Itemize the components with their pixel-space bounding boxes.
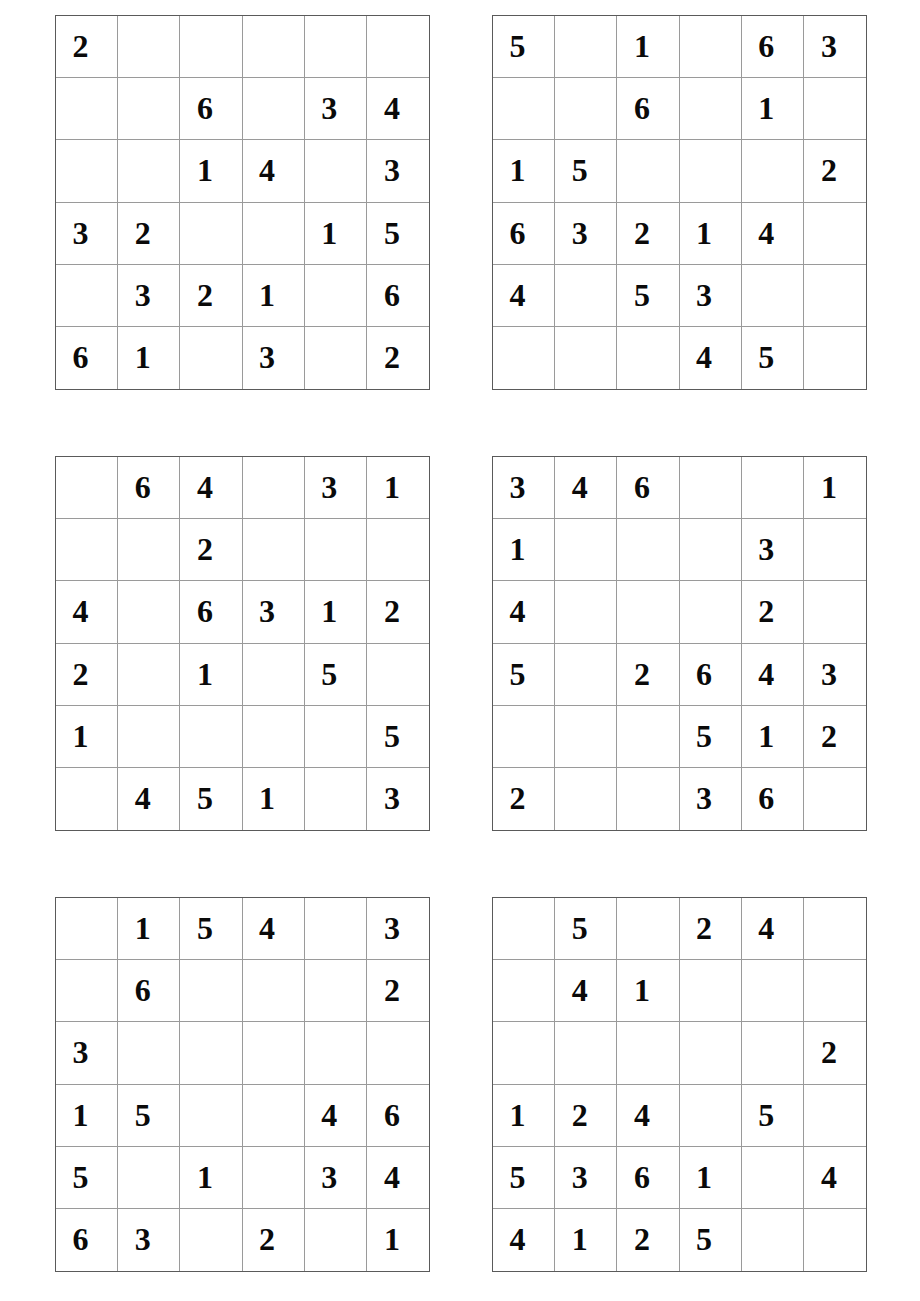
board6-cell-r4c3: 4 [617,1085,679,1147]
given-digit: 5 [73,1159,89,1196]
board2-cell-r2c2 [555,78,617,140]
given-digit: 3 [135,277,151,314]
board5-cell-r5c6: 4 [367,1147,429,1209]
given-digit: 3 [510,469,526,506]
board6-cell-r3c3 [617,1022,679,1084]
board5-cell-r2c1 [56,960,118,1022]
board4-cell-r3c1: 4 [493,581,555,643]
given-digit: 3 [696,780,712,817]
given-digit: 3 [135,1221,151,1258]
board3-cell-r5c6: 5 [367,706,429,768]
board6-cell-r4c5: 5 [742,1085,804,1147]
board4-cell-r2c1: 1 [493,519,555,581]
given-digit: 4 [384,90,400,127]
given-digit: 4 [572,972,588,1009]
given-digit: 2 [634,656,650,693]
board1-cell-r2c1 [56,78,118,140]
given-digit: 6 [758,780,774,817]
given-digit: 1 [758,90,774,127]
board3-cell-r4c6 [367,644,429,706]
board4-cell-r1c6: 1 [804,457,866,519]
given-digit: 4 [384,1159,400,1196]
board1-cell-r2c5: 3 [305,78,367,140]
given-digit: 1 [634,972,650,1009]
given-digit: 6 [634,469,650,506]
board3-cell-r5c5 [305,706,367,768]
given-digit: 2 [510,780,526,817]
board4-cell-r4c1: 5 [493,644,555,706]
board4-cell-r1c2: 4 [555,457,617,519]
given-digit: 4 [510,593,526,630]
given-digit: 4 [510,1221,526,1258]
board3-cell-r4c5: 5 [305,644,367,706]
board5-cell-r6c5 [305,1209,367,1271]
given-digit: 5 [572,152,588,189]
board5-cell-r5c5: 3 [305,1147,367,1209]
board6-cell-r3c4 [680,1022,742,1084]
given-digit: 4 [259,152,275,189]
board3-cell-r3c6: 2 [367,581,429,643]
board6-cell-r6c1: 4 [493,1209,555,1271]
board5-cell-r2c5 [305,960,367,1022]
board1-cell-r1c3 [180,16,242,78]
board2-cell-r4c1: 6 [493,203,555,265]
given-digit: 4 [696,339,712,376]
given-digit: 1 [510,531,526,568]
given-digit: 1 [259,277,275,314]
board5-cell-r1c1 [56,898,118,960]
board3-cell-r2c1 [56,519,118,581]
board6-cell-r2c2: 4 [555,960,617,1022]
board5-cell-r1c5 [305,898,367,960]
board6-cell-r5c1: 5 [493,1147,555,1209]
board1-cell-r5c4: 1 [243,265,305,327]
board3-cell-r4c1: 2 [56,644,118,706]
board3-cell-r4c4 [243,644,305,706]
board4-cell-r1c1: 3 [493,457,555,519]
board5-cell-r5c2 [118,1147,180,1209]
board3-cell-r5c3 [180,706,242,768]
given-digit: 3 [321,1159,337,1196]
board6-cell-r5c2: 3 [555,1147,617,1209]
board1-cell-r1c5 [305,16,367,78]
board2-cell-r5c1: 4 [493,265,555,327]
board5-cell-r6c3 [180,1209,242,1271]
board4-cell-r5c4: 5 [680,706,742,768]
board6-cell-r6c5 [742,1209,804,1271]
board3-cell-r1c2: 6 [118,457,180,519]
given-digit: 5 [696,1221,712,1258]
given-digit: 5 [510,1159,526,1196]
board3-cell-r4c3: 1 [180,644,242,706]
board2-cell-r6c6 [804,327,866,389]
board5-cell-r5c1: 5 [56,1147,118,1209]
board5-cell-r4c5: 4 [305,1085,367,1147]
given-digit: 3 [73,215,89,252]
board5-cell-r3c1: 3 [56,1022,118,1084]
board4-cell-r4c2 [555,644,617,706]
board2-cell-r3c6: 2 [804,140,866,202]
given-digit: 6 [197,90,213,127]
board6-cell-r2c6 [804,960,866,1022]
board5-cell-r3c2 [118,1022,180,1084]
board2-cell-r6c2 [555,327,617,389]
board1-cell-r2c3: 6 [180,78,242,140]
given-digit: 4 [758,656,774,693]
board6-cell-r6c2: 1 [555,1209,617,1271]
board4-cell-r2c3 [617,519,679,581]
given-digit: 1 [259,780,275,817]
given-digit: 4 [758,215,774,252]
given-digit: 4 [634,1097,650,1134]
board6-cell-r1c3 [617,898,679,960]
given-digit: 1 [384,1221,400,1258]
given-digit: 5 [321,656,337,693]
board2-cell-r1c6: 3 [804,16,866,78]
board4-cell-r5c1 [493,706,555,768]
given-digit: 3 [572,1159,588,1196]
board4-cell-r3c6 [804,581,866,643]
board5-cell-r3c4 [243,1022,305,1084]
board2-cell-r3c1: 1 [493,140,555,202]
board5-cell-r4c1: 1 [56,1085,118,1147]
given-digit: 3 [259,339,275,376]
board2-cell-r5c2 [555,265,617,327]
board1-cell-r3c5 [305,140,367,202]
given-digit: 3 [821,656,837,693]
given-digit: 5 [510,656,526,693]
board1-cell-r5c1 [56,265,118,327]
board5-cell-r4c4 [243,1085,305,1147]
given-digit: 5 [197,780,213,817]
board3-cell-r3c2 [118,581,180,643]
board1-cell-r3c6: 3 [367,140,429,202]
given-digit: 6 [634,90,650,127]
given-digit: 2 [384,339,400,376]
board4-cell-r6c1: 2 [493,768,555,830]
board2-cell-r6c5: 5 [742,327,804,389]
board3-cell-r6c5 [305,768,367,830]
given-digit: 2 [384,972,400,1009]
given-digit: 2 [634,215,650,252]
board2-cell-r1c3: 1 [617,16,679,78]
given-digit: 5 [696,718,712,755]
board6-cell-r5c5 [742,1147,804,1209]
given-digit: 3 [821,28,837,65]
board3-cell-r6c6: 3 [367,768,429,830]
given-digit: 5 [758,339,774,376]
given-digit: 2 [696,910,712,947]
board1-cell-r3c1 [56,140,118,202]
given-digit: 2 [821,152,837,189]
board4-cell-r5c5: 1 [742,706,804,768]
given-digit: 6 [73,1221,89,1258]
given-digit: 1 [384,469,400,506]
given-digit: 1 [696,1159,712,1196]
given-digit: 1 [197,1159,213,1196]
board2-cell-r5c4: 3 [680,265,742,327]
board1-cell-r6c2: 1 [118,327,180,389]
board4-cell-r4c5: 4 [742,644,804,706]
board5-cell-r1c4: 4 [243,898,305,960]
board1-cell-r5c6: 6 [367,265,429,327]
board3-cell-r3c3: 6 [180,581,242,643]
given-digit: 3 [384,780,400,817]
board5-cell-r4c3 [180,1085,242,1147]
given-digit: 6 [758,28,774,65]
board3-cell-r1c5: 3 [305,457,367,519]
board2-cell-r4c2: 3 [555,203,617,265]
board3-cell-r5c1: 1 [56,706,118,768]
board5-cell-r5c3: 1 [180,1147,242,1209]
board6-cell-r6c3: 2 [617,1209,679,1271]
given-digit: 3 [259,593,275,630]
board4-cell-r3c3 [617,581,679,643]
board1-cell-r4c5: 1 [305,203,367,265]
board3-cell-r1c1 [56,457,118,519]
board1-cell-r5c5 [305,265,367,327]
board1-cell-r6c1: 6 [56,327,118,389]
board4-cell-r3c5: 2 [742,581,804,643]
given-digit: 1 [135,910,151,947]
given-digit: 6 [634,1159,650,1196]
board2-cell-r2c1 [493,78,555,140]
board6-cell-r4c6 [804,1085,866,1147]
board3-cell-r2c5 [305,519,367,581]
given-digit: 1 [821,469,837,506]
given-digit: 1 [321,593,337,630]
board4-cell-r1c5 [742,457,804,519]
board3-cell-r6c1 [56,768,118,830]
given-digit: 1 [135,339,151,376]
board6-cell-r2c1 [493,960,555,1022]
board2-cell-r2c4 [680,78,742,140]
given-digit: 5 [384,718,400,755]
board6-cell-r5c4: 1 [680,1147,742,1209]
board1-cell-r6c3 [180,327,242,389]
board4-cell-r4c6: 3 [804,644,866,706]
given-digit: 5 [135,1097,151,1134]
given-digit: 4 [821,1159,837,1196]
board3-cell-r3c5: 1 [305,581,367,643]
sudoku-board-6: 5244121245536144125 [492,897,867,1272]
board2-cell-r4c5: 4 [742,203,804,265]
board1-cell-r4c6: 5 [367,203,429,265]
given-digit: 2 [197,277,213,314]
given-digit: 4 [197,469,213,506]
board1-cell-r1c1: 2 [56,16,118,78]
board4-cell-r2c4 [680,519,742,581]
given-digit: 4 [510,277,526,314]
board6-cell-r1c6 [804,898,866,960]
board4-cell-r6c6 [804,768,866,830]
board5-cell-r6c6: 1 [367,1209,429,1271]
given-digit: 1 [572,1221,588,1258]
board3-cell-r2c2 [118,519,180,581]
board1-cell-r5c2: 3 [118,265,180,327]
board1-cell-r3c3: 1 [180,140,242,202]
board6-cell-r3c5 [742,1022,804,1084]
board5-cell-r2c4 [243,960,305,1022]
given-digit: 1 [197,152,213,189]
board3-cell-r2c4 [243,519,305,581]
board6-cell-r4c1: 1 [493,1085,555,1147]
board1-cell-r4c2: 2 [118,203,180,265]
given-digit: 6 [135,469,151,506]
board5-cell-r4c6: 6 [367,1085,429,1147]
board2-cell-r2c3: 6 [617,78,679,140]
board4-cell-r5c6: 2 [804,706,866,768]
board2-cell-r5c6 [804,265,866,327]
board4-cell-r6c4: 3 [680,768,742,830]
given-digit: 3 [758,531,774,568]
board5-cell-r6c4: 2 [243,1209,305,1271]
board2-cell-r3c4 [680,140,742,202]
given-digit: 1 [758,718,774,755]
board6-cell-r2c3: 1 [617,960,679,1022]
board6-cell-r1c4: 2 [680,898,742,960]
given-digit: 1 [321,215,337,252]
board2-cell-r1c2 [555,16,617,78]
given-digit: 1 [73,718,89,755]
given-digit: 2 [758,593,774,630]
given-digit: 2 [259,1221,275,1258]
given-digit: 2 [821,718,837,755]
given-digit: 1 [634,28,650,65]
board6-cell-r2c4 [680,960,742,1022]
board2-cell-r6c1 [493,327,555,389]
board4-cell-r5c3 [617,706,679,768]
board3-cell-r6c4: 1 [243,768,305,830]
board4-cell-r4c4: 6 [680,644,742,706]
board2-cell-r4c3: 2 [617,203,679,265]
board1-cell-r6c5 [305,327,367,389]
board4-cell-r4c3: 2 [617,644,679,706]
given-digit: 5 [197,910,213,947]
given-digit: 4 [259,910,275,947]
board3-cell-r3c4: 3 [243,581,305,643]
board2-cell-r4c6 [804,203,866,265]
board3-cell-r6c2: 4 [118,768,180,830]
board2-cell-r3c5 [742,140,804,202]
given-digit: 5 [384,215,400,252]
board2-cell-r5c5 [742,265,804,327]
given-digit: 6 [73,339,89,376]
board4-cell-r2c6 [804,519,866,581]
sudoku-board-3: 6431246312215154513 [55,456,430,831]
given-digit: 3 [321,469,337,506]
given-digit: 4 [572,469,588,506]
board2-cell-r1c1: 5 [493,16,555,78]
board2-cell-r3c3 [617,140,679,202]
board6-cell-r2c5 [742,960,804,1022]
board2-cell-r1c4 [680,16,742,78]
board5-cell-r3c6 [367,1022,429,1084]
board4-cell-r5c2 [555,706,617,768]
given-digit: 3 [321,90,337,127]
board4-cell-r6c5: 6 [742,768,804,830]
board4-cell-r3c2 [555,581,617,643]
board6-cell-r4c4 [680,1085,742,1147]
board4-cell-r1c4 [680,457,742,519]
given-digit: 5 [758,1097,774,1134]
board1-cell-r6c6: 2 [367,327,429,389]
board5-cell-r2c3 [180,960,242,1022]
board1-cell-r1c6 [367,16,429,78]
board6-cell-r3c2 [555,1022,617,1084]
board3-cell-r2c3: 2 [180,519,242,581]
given-digit: 5 [634,277,650,314]
board3-cell-r2c6 [367,519,429,581]
board6-cell-r1c2: 5 [555,898,617,960]
given-digit: 1 [696,215,712,252]
given-digit: 3 [73,1034,89,1071]
board6-cell-r3c6: 2 [804,1022,866,1084]
board2-cell-r1c5: 6 [742,16,804,78]
board1-cell-r4c4 [243,203,305,265]
board4-cell-r2c5: 3 [742,519,804,581]
board3-cell-r1c4 [243,457,305,519]
given-digit: 3 [384,152,400,189]
board1-cell-r2c6: 4 [367,78,429,140]
board1-cell-r3c2 [118,140,180,202]
board5-cell-r6c2: 3 [118,1209,180,1271]
given-digit: 4 [758,910,774,947]
board5-cell-r2c2: 6 [118,960,180,1022]
board2-cell-r6c4: 4 [680,327,742,389]
board5-cell-r3c3 [180,1022,242,1084]
board6-cell-r3c1 [493,1022,555,1084]
puzzle-sheet: 2634143321532166132516361152632144534564… [55,15,867,1272]
given-digit: 2 [73,28,89,65]
board4-cell-r1c3: 6 [617,457,679,519]
board3-cell-r4c2 [118,644,180,706]
board6-cell-r4c2: 2 [555,1085,617,1147]
given-digit: 6 [696,656,712,693]
board3-cell-r1c3: 4 [180,457,242,519]
board5-cell-r1c6: 3 [367,898,429,960]
given-digit: 1 [73,1097,89,1134]
given-digit: 3 [384,910,400,947]
given-digit: 2 [384,593,400,630]
board1-cell-r2c2 [118,78,180,140]
given-digit: 6 [510,215,526,252]
board5-cell-r5c4 [243,1147,305,1209]
sudoku-board-2: 5163611526321445345 [492,15,867,390]
board1-cell-r4c1: 3 [56,203,118,265]
given-digit: 2 [197,531,213,568]
given-digit: 1 [197,656,213,693]
board2-cell-r6c3 [617,327,679,389]
sudoku-board-1: 2634143321532166132 [55,15,430,390]
board5-cell-r2c6: 2 [367,960,429,1022]
sudoku-board-4: 3461134252643512236 [492,456,867,831]
board6-cell-r6c6 [804,1209,866,1271]
given-digit: 6 [197,593,213,630]
given-digit: 2 [634,1221,650,1258]
given-digit: 3 [696,277,712,314]
board1-cell-r2c4 [243,78,305,140]
board2-cell-r3c2: 5 [555,140,617,202]
sudoku-board-5: 1543623154651346321 [55,897,430,1272]
board3-cell-r5c4 [243,706,305,768]
board4-cell-r6c3 [617,768,679,830]
board5-cell-r3c5 [305,1022,367,1084]
board5-cell-r1c2: 1 [118,898,180,960]
board2-cell-r5c3: 5 [617,265,679,327]
board1-cell-r4c3 [180,203,242,265]
board1-cell-r3c4: 4 [243,140,305,202]
